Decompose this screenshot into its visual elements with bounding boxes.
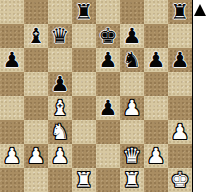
piece-black-pawn[interactable]: ♟ <box>99 48 118 72</box>
square-b4[interactable] <box>24 96 48 120</box>
square-f6[interactable]: ♞ <box>120 48 144 72</box>
square-c1[interactable] <box>48 168 72 192</box>
square-f2[interactable]: ♛ <box>120 144 144 168</box>
piece-white-pawn[interactable]: ♟ <box>123 96 142 120</box>
piece-white-queen[interactable]: ♛ <box>123 144 142 168</box>
square-f7[interactable]: ♟ <box>120 24 144 48</box>
square-a3[interactable] <box>0 120 24 144</box>
piece-white-rook[interactable]: ♜ <box>75 168 94 192</box>
black-to-move-indicator <box>194 4 206 16</box>
square-c5[interactable]: ♟ <box>48 72 72 96</box>
square-c3[interactable]: ♞ <box>48 120 72 144</box>
square-b8[interactable] <box>24 0 48 24</box>
square-e6[interactable]: ♟ <box>96 48 120 72</box>
square-c2[interactable]: ♟ <box>48 144 72 168</box>
square-a2[interactable]: ♟ <box>0 144 24 168</box>
square-h3[interactable]: ♟ <box>168 120 192 144</box>
square-g8[interactable] <box>144 0 168 24</box>
piece-white-pawn[interactable]: ♟ <box>171 120 190 144</box>
square-a8[interactable] <box>0 0 24 24</box>
piece-white-pawn[interactable]: ♟ <box>147 144 166 168</box>
square-g2[interactable]: ♟ <box>144 144 168 168</box>
square-c4[interactable]: ♝ <box>48 96 72 120</box>
square-f5[interactable] <box>120 72 144 96</box>
piece-white-bishop[interactable]: ♝ <box>51 96 70 120</box>
square-d5[interactable] <box>72 72 96 96</box>
square-a7[interactable] <box>0 24 24 48</box>
piece-black-pawn[interactable]: ♟ <box>123 24 142 48</box>
square-g7[interactable] <box>144 24 168 48</box>
chess-app-window: ♜♜♝♛♚♟♟♟♞♟♟♟♝♟♟♞♟♟♟♟♛♟♜♜♚ <box>0 0 207 192</box>
piece-white-pawn[interactable]: ♟ <box>3 144 22 168</box>
square-f4[interactable]: ♟ <box>120 96 144 120</box>
square-c7[interactable]: ♛ <box>48 24 72 48</box>
square-d4[interactable] <box>72 96 96 120</box>
square-e1[interactable] <box>96 168 120 192</box>
piece-black-pawn[interactable]: ♟ <box>51 72 70 96</box>
square-b3[interactable] <box>24 120 48 144</box>
square-e2[interactable] <box>96 144 120 168</box>
square-e3[interactable] <box>96 120 120 144</box>
square-f1[interactable]: ♜ <box>120 168 144 192</box>
square-a4[interactable] <box>0 96 24 120</box>
square-a5[interactable] <box>0 72 24 96</box>
square-h2[interactable] <box>168 144 192 168</box>
square-g6[interactable]: ♟ <box>144 48 168 72</box>
piece-white-rook[interactable]: ♜ <box>123 168 142 192</box>
piece-black-queen[interactable]: ♛ <box>51 24 70 48</box>
square-b2[interactable]: ♟ <box>24 144 48 168</box>
square-g1[interactable] <box>144 168 168 192</box>
square-d7[interactable] <box>72 24 96 48</box>
square-g3[interactable] <box>144 120 168 144</box>
square-f8[interactable] <box>120 0 144 24</box>
piece-black-pawn[interactable]: ♟ <box>99 96 118 120</box>
square-e8[interactable] <box>96 0 120 24</box>
square-b1[interactable] <box>24 168 48 192</box>
square-h1[interactable]: ♚ <box>168 168 192 192</box>
square-b5[interactable] <box>24 72 48 96</box>
square-f3[interactable] <box>120 120 144 144</box>
square-d8[interactable]: ♜ <box>72 0 96 24</box>
square-d1[interactable]: ♜ <box>72 168 96 192</box>
square-e4[interactable]: ♟ <box>96 96 120 120</box>
square-b7[interactable]: ♝ <box>24 24 48 48</box>
square-g5[interactable] <box>144 72 168 96</box>
chess-board: ♜♜♝♛♚♟♟♟♞♟♟♟♝♟♟♞♟♟♟♟♛♟♜♜♚ <box>0 0 192 192</box>
square-h7[interactable] <box>168 24 192 48</box>
square-a1[interactable] <box>0 168 24 192</box>
piece-black-pawn[interactable]: ♟ <box>147 48 166 72</box>
piece-white-pawn[interactable]: ♟ <box>27 144 46 168</box>
square-h8[interactable]: ♜ <box>168 0 192 24</box>
piece-black-king[interactable]: ♚ <box>99 24 118 48</box>
piece-black-rook[interactable]: ♜ <box>171 0 190 24</box>
square-h4[interactable] <box>168 96 192 120</box>
square-h6[interactable]: ♟ <box>168 48 192 72</box>
square-d3[interactable] <box>72 120 96 144</box>
square-c6[interactable] <box>48 48 72 72</box>
square-h5[interactable] <box>168 72 192 96</box>
piece-black-bishop[interactable]: ♝ <box>27 24 46 48</box>
square-e5[interactable] <box>96 72 120 96</box>
square-d2[interactable] <box>72 144 96 168</box>
square-d6[interactable] <box>72 48 96 72</box>
piece-black-rook[interactable]: ♜ <box>75 0 94 24</box>
piece-white-king[interactable]: ♚ <box>171 168 190 192</box>
piece-white-knight[interactable]: ♞ <box>51 120 70 144</box>
square-a6[interactable]: ♟ <box>0 48 24 72</box>
square-b6[interactable] <box>24 48 48 72</box>
square-c8[interactable] <box>48 0 72 24</box>
side-panel <box>193 0 207 192</box>
piece-black-pawn[interactable]: ♟ <box>171 48 190 72</box>
piece-black-pawn[interactable]: ♟ <box>3 48 22 72</box>
square-e7[interactable]: ♚ <box>96 24 120 48</box>
square-g4[interactable] <box>144 96 168 120</box>
piece-black-knight[interactable]: ♞ <box>123 48 142 72</box>
piece-white-pawn[interactable]: ♟ <box>51 144 70 168</box>
